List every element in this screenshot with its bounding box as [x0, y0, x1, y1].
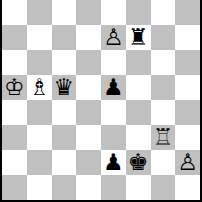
chess-diagram: ♙♜♔♗♛♟♖♟♚♙ — [0, 0, 202, 202]
square-e4[interactable] — [101, 100, 126, 125]
square-b2[interactable] — [27, 150, 52, 175]
square-c4[interactable] — [52, 100, 77, 125]
square-a8[interactable] — [2, 0, 27, 25]
square-f3[interactable] — [126, 125, 151, 150]
square-g4[interactable] — [151, 100, 176, 125]
square-a2[interactable] — [2, 150, 27, 175]
square-f4[interactable] — [126, 100, 151, 125]
square-h5[interactable] — [175, 75, 200, 100]
square-h4[interactable] — [175, 100, 200, 125]
white-king-a5: ♔ — [4, 75, 25, 100]
square-a4[interactable] — [2, 100, 27, 125]
square-e2[interactable]: ♟ — [101, 150, 126, 175]
black-rook-f7: ♜ — [128, 25, 149, 50]
square-a1[interactable] — [2, 175, 27, 200]
square-a6[interactable] — [2, 50, 27, 75]
square-e7[interactable]: ♙ — [101, 25, 126, 50]
black-queen-c5: ♛ — [54, 75, 75, 100]
square-b7[interactable] — [27, 25, 52, 50]
square-f8[interactable] — [126, 0, 151, 25]
square-e6[interactable] — [101, 50, 126, 75]
square-d3[interactable] — [76, 125, 101, 150]
square-g6[interactable] — [151, 50, 176, 75]
square-h6[interactable] — [175, 50, 200, 75]
square-a5[interactable]: ♔ — [2, 75, 27, 100]
square-d6[interactable] — [76, 50, 101, 75]
square-f2[interactable]: ♚ — [126, 150, 151, 175]
square-c7[interactable] — [52, 25, 77, 50]
white-rook-g3: ♖ — [153, 125, 174, 150]
white-pawn-h2: ♙ — [177, 150, 198, 175]
square-e5[interactable]: ♟ — [101, 75, 126, 100]
square-h3[interactable] — [175, 125, 200, 150]
square-c6[interactable] — [52, 50, 77, 75]
chess-board: ♙♜♔♗♛♟♖♟♚♙ — [2, 0, 200, 200]
square-b6[interactable] — [27, 50, 52, 75]
square-c2[interactable] — [52, 150, 77, 175]
white-pawn-e7: ♙ — [103, 25, 124, 50]
square-h7[interactable] — [175, 25, 200, 50]
square-d1[interactable] — [76, 175, 101, 200]
square-b4[interactable] — [27, 100, 52, 125]
white-bishop-b5: ♗ — [29, 75, 50, 100]
square-d7[interactable] — [76, 25, 101, 50]
square-e3[interactable] — [101, 125, 126, 150]
square-c1[interactable] — [52, 175, 77, 200]
square-b3[interactable] — [27, 125, 52, 150]
square-f1[interactable] — [126, 175, 151, 200]
square-b5[interactable]: ♗ — [27, 75, 52, 100]
square-g2[interactable] — [151, 150, 176, 175]
square-g3[interactable]: ♖ — [151, 125, 176, 150]
square-f5[interactable] — [126, 75, 151, 100]
square-f7[interactable]: ♜ — [126, 25, 151, 50]
black-pawn-e5: ♟ — [103, 75, 124, 100]
square-g5[interactable] — [151, 75, 176, 100]
square-d4[interactable] — [76, 100, 101, 125]
square-h8[interactable] — [175, 0, 200, 25]
square-g7[interactable] — [151, 25, 176, 50]
square-c8[interactable] — [52, 0, 77, 25]
square-d2[interactable] — [76, 150, 101, 175]
square-h1[interactable] — [175, 175, 200, 200]
square-g8[interactable] — [151, 0, 176, 25]
square-b8[interactable] — [27, 0, 52, 25]
square-c3[interactable] — [52, 125, 77, 150]
square-e8[interactable] — [101, 0, 126, 25]
black-pawn-e2: ♟ — [103, 150, 124, 175]
square-h2[interactable]: ♙ — [175, 150, 200, 175]
square-f6[interactable] — [126, 50, 151, 75]
square-e1[interactable] — [101, 175, 126, 200]
square-d5[interactable] — [76, 75, 101, 100]
black-king-f2: ♚ — [128, 150, 149, 175]
square-c5[interactable]: ♛ — [52, 75, 77, 100]
square-a7[interactable] — [2, 25, 27, 50]
square-d8[interactable] — [76, 0, 101, 25]
square-b1[interactable] — [27, 175, 52, 200]
square-a3[interactable] — [2, 125, 27, 150]
square-g1[interactable] — [151, 175, 176, 200]
